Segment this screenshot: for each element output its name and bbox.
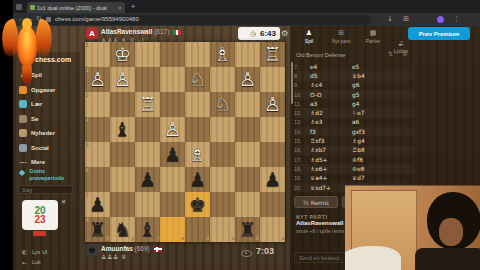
flip-board-icon[interactable]: ⇅ — [388, 50, 393, 57]
rank-label: 2 — [86, 68, 89, 73]
top-player-name[interactable]: AtlasRavenswall (817) — [101, 28, 181, 35]
promo-close-icon[interactable]: ✕ — [61, 198, 66, 205]
square-d6[interactable]: ♟ — [185, 167, 210, 192]
sidebar-item-se[interactable]: Se — [19, 114, 38, 124]
white-rook-a1[interactable]: ♖ — [260, 42, 285, 67]
move-row: 17.♗d5+♔f8 — [294, 155, 414, 164]
square-c5[interactable] — [210, 142, 235, 167]
url-text[interactable]: chess.com/game/95594900480 — [55, 16, 139, 22]
square-h8[interactable]: 8h♜ — [85, 217, 110, 242]
black-move[interactable]: g5 — [350, 92, 392, 98]
black-pawn-a6[interactable]: ♟ — [260, 167, 285, 192]
site-info-icon[interactable] — [46, 17, 51, 22]
file-label: e — [181, 236, 184, 241]
white-move[interactable]: ♗e3 — [308, 119, 350, 125]
move-row: 13.♗e3a6 — [294, 118, 414, 127]
square-a7[interactable] — [260, 192, 285, 217]
spil-icon: ♙ — [19, 71, 27, 79]
move-number: 12. — [294, 110, 308, 116]
top-player-clock: ◷ 6:43 — [238, 27, 280, 40]
black-move[interactable]: g4 — [350, 101, 392, 107]
square-g8[interactable]: g♞ — [110, 217, 135, 242]
bottom-player-rating: (669) — [135, 245, 150, 252]
white-bishop-d5[interactable]: ♗ — [185, 142, 210, 167]
move-row: 18.♗e6+♔e8 — [294, 164, 414, 173]
square-f2[interactable] — [135, 67, 160, 92]
white-knight-c3[interactable]: ♘ — [210, 92, 235, 117]
black-move[interactable]: g6 — [350, 82, 392, 88]
black-move[interactable]: ♕d7 — [350, 175, 392, 181]
move-number: 19. — [294, 175, 308, 181]
move-row: 19.♕a4+♕d7 — [294, 174, 414, 183]
file-label: g — [131, 236, 134, 241]
square-d8[interactable]: d — [185, 217, 210, 242]
chess-board: 1♔♗♖2♙♙♘♙3♖♘♙4♝♙5♟♗6♟♟♟7♟♚8h♜g♞f♝edcb♜a — [85, 42, 285, 242]
square-b5[interactable] — [235, 142, 260, 167]
tab-title: 1v1 dual online (2000) - dual — [37, 5, 116, 11]
square-a1[interactable]: ♖ — [260, 42, 285, 67]
browser-toolbar: ← → ↻ chess.com/game/95594900480 ↓ ⊞ ⋮ — [13, 13, 480, 26]
square-e6[interactable] — [160, 167, 185, 192]
search-input[interactable] — [18, 185, 73, 194]
square-f7[interactable] — [135, 192, 160, 217]
white-rook-f3[interactable]: ♖ — [135, 92, 160, 117]
streamer-face — [439, 218, 463, 246]
streamer-shoulders — [415, 248, 480, 270]
opening-name[interactable]: Old Benoni Defense — [296, 52, 345, 58]
black-move[interactable]: ♔f8 — [350, 157, 392, 163]
sidebar: chess.com ♙SpilOpgaverLærSeNyhederSocial… — [13, 52, 80, 270]
white-move[interactable]: ♕xd7+ — [308, 185, 350, 191]
sidebar-item-free-trial[interactable]: ◆ Gratis prøveperiode — [19, 168, 64, 182]
square-h4[interactable]: 4 — [85, 117, 110, 142]
black-pawn-d6[interactable]: ♟ — [185, 167, 210, 192]
se-icon — [19, 115, 27, 123]
black-move[interactable]: e5 — [350, 64, 392, 70]
white-move[interactable]: O-O — [308, 92, 350, 98]
rank-label: 1 — [86, 43, 89, 48]
square-f8[interactable]: f♝ — [135, 217, 160, 242]
white-knight-d2[interactable]: ♘ — [185, 67, 210, 92]
rank-label: 6 — [86, 168, 89, 173]
square-h3[interactable]: 3 — [85, 92, 110, 117]
square-a8[interactable]: a — [260, 217, 285, 242]
white-move[interactable]: ♕a4+ — [308, 175, 350, 181]
lys ui-icon: ◐ — [21, 248, 28, 255]
square-h7[interactable]: 7♟ — [85, 192, 110, 217]
draw-button[interactable]: ½ Remis — [294, 196, 338, 208]
menu-icon[interactable]: ⋮ — [453, 15, 460, 23]
file-label: h — [106, 236, 109, 241]
back-icon[interactable]: ← — [18, 15, 25, 22]
move-number: 18. — [294, 166, 308, 172]
square-e8[interactable]: e — [160, 217, 185, 242]
rank-label: 8 — [86, 218, 89, 223]
bottom-player-clock: 7:03 — [256, 246, 274, 256]
diamond-icon: ◆ — [19, 168, 25, 182]
square-c3[interactable]: ♘ — [210, 92, 235, 117]
square-e5[interactable]: ♟ — [160, 142, 185, 167]
square-f4[interactable] — [135, 117, 160, 142]
sidebar-item-label: Nyheder — [31, 130, 55, 136]
square-g7[interactable] — [110, 192, 135, 217]
move-number: 10. — [294, 92, 308, 98]
white-move[interactable]: e4 — [308, 64, 350, 70]
rank-label: 3 — [86, 93, 89, 98]
file-label: f — [158, 236, 160, 241]
file-label: b — [256, 236, 259, 241]
bottom-player-avatar[interactable]: ♚ — [86, 244, 98, 256]
move-number: 7. — [294, 64, 308, 70]
square-a4[interactable] — [260, 117, 285, 142]
white-pawn-b2[interactable]: ♙ — [235, 67, 260, 92]
square-b6[interactable] — [235, 167, 260, 192]
square-g4[interactable]: ♝ — [110, 117, 135, 142]
square-b1[interactable] — [235, 42, 260, 67]
black-move[interactable]: a6 — [350, 119, 392, 125]
promo-2023-banner[interactable]: 20 23 — [22, 200, 58, 230]
move-number: 13. — [294, 119, 308, 125]
square-h1[interactable]: 1 — [85, 42, 110, 67]
move-number: 9. — [294, 82, 308, 88]
square-d3[interactable] — [185, 92, 210, 117]
tab-spil[interactable]: ♟Spil — [294, 29, 324, 44]
clock-icon: ◷ — [250, 30, 256, 38]
move-list: 7.e4e58.d5♕b49.♗c4g610.O-Og511.a3g412.♗d… — [294, 62, 414, 192]
square-a2[interactable] — [260, 67, 285, 92]
square-f3[interactable]: ♖ — [135, 92, 160, 117]
top-player-avatar[interactable]: A — [86, 27, 98, 39]
black-move[interactable]: ♔e8 — [350, 166, 392, 172]
square-d7[interactable]: ♚ — [185, 192, 210, 217]
top-player-rating: (817) — [154, 28, 169, 35]
move-number: 15. — [294, 138, 308, 144]
square-c7[interactable] — [210, 192, 235, 217]
black-move[interactable]: ♘e7 — [350, 110, 392, 116]
tab-partier[interactable]: ▦Partier — [358, 29, 388, 44]
bottom-captured-tray: ♙♙♙ ♕ — [101, 253, 127, 260]
move-row: 16.♗xb7♖b8 — [294, 146, 414, 155]
black-pawn-f6[interactable]: ♟ — [135, 167, 160, 192]
rank-label: 7 — [86, 193, 89, 198]
square-d2[interactable]: ♘ — [185, 67, 210, 92]
square-b7[interactable] — [235, 192, 260, 217]
forward-icon[interactable]: → — [27, 15, 34, 22]
square-h2[interactable]: 2♙ — [85, 67, 110, 92]
sidebar-item-label: Opgaver — [31, 87, 55, 93]
move-number: 8. — [294, 73, 308, 79]
lær-icon — [19, 100, 27, 108]
move-number: 20. — [294, 185, 308, 191]
square-c8[interactable]: c — [210, 217, 235, 242]
square-c6[interactable] — [210, 167, 235, 192]
sidebar-item-label: Social — [31, 145, 49, 151]
black-bishop-f8[interactable]: ♝ — [135, 217, 160, 242]
white-pawn-a3[interactable]: ♙ — [260, 92, 285, 117]
square-g5[interactable] — [110, 142, 135, 167]
square-d1[interactable] — [185, 42, 210, 67]
square-e7[interactable] — [160, 192, 185, 217]
browser-window: 1v1 dual online (2000) - dual ✕ + ← → ↻ … — [13, 0, 480, 270]
sidebar-footer-luk[interactable]: ⇤Luk — [21, 259, 41, 266]
white-move[interactable]: ♖xf3 — [308, 138, 350, 144]
panel-settings-icon[interactable]: ⚙ — [402, 50, 407, 57]
sidebar-item-label: Mere — [31, 159, 45, 165]
trial-line2: prøveperiode — [29, 175, 64, 181]
tab-favicon — [30, 5, 35, 10]
square-d5[interactable]: ♗ — [185, 142, 210, 167]
browser-tab[interactable]: 1v1 dual online (2000) - dual ✕ — [27, 2, 125, 13]
luk-icon: ⇤ — [21, 259, 28, 266]
square-f6[interactable]: ♟ — [135, 167, 160, 192]
nyheder-icon — [19, 129, 27, 137]
sidebar-item-social[interactable]: Social — [19, 143, 49, 153]
move-number: 14. — [294, 129, 308, 135]
black-pawn-e5[interactable]: ♟ — [160, 142, 185, 167]
square-f5[interactable] — [135, 142, 160, 167]
sidebar-item-nyheder[interactable]: Nyheder — [19, 128, 55, 138]
move-row: 11.a3g4 — [294, 99, 414, 108]
webcam-pillow — [345, 246, 401, 270]
move-row: 15.♖xf3♗g4 — [294, 136, 414, 145]
square-h5[interactable]: 5 — [85, 142, 110, 167]
white-move[interactable]: ♗c4 — [308, 82, 350, 88]
file-label: d — [206, 236, 209, 241]
window-icon[interactable] — [16, 4, 22, 10]
spectator-eye-icon — [241, 250, 252, 257]
square-g3[interactable] — [110, 92, 135, 117]
move-number: 17. — [294, 157, 308, 163]
moves-scrollbar[interactable] — [291, 62, 293, 104]
square-h6[interactable]: 6 — [85, 167, 110, 192]
black-king-d7[interactable]: ♚ — [185, 192, 210, 217]
square-b2[interactable]: ♙ — [235, 67, 260, 92]
square-b3[interactable] — [235, 92, 260, 117]
primary-action-button[interactable]: Prøv Premium — [408, 27, 470, 40]
white-pawn-g2[interactable]: ♙ — [110, 67, 135, 92]
white-move[interactable]: ♗d2 — [308, 110, 350, 116]
square-g6[interactable] — [110, 167, 135, 192]
move-row: 10.O-Og5 — [294, 90, 414, 99]
move-number: 11. — [294, 101, 308, 107]
square-a5[interactable] — [260, 142, 285, 167]
trial-line1: Gratis — [29, 168, 45, 174]
speaker-muted-icon: ♪ — [386, 40, 416, 48]
sidebar-footer-lys-ui[interactable]: ◐Lys UI — [21, 248, 47, 255]
black-move[interactable]: ♖b8 — [350, 147, 392, 153]
white-move[interactable]: d5 — [308, 73, 350, 79]
move-row: 14.f3gxf3 — [294, 127, 414, 136]
denmark-flag-icon — [154, 247, 162, 252]
webcam-overlay — [345, 185, 480, 270]
square-c4[interactable] — [210, 117, 235, 142]
new-tab-button[interactable]: + — [131, 3, 135, 10]
file-label: a — [281, 236, 284, 241]
white-move[interactable]: ♗e6+ — [308, 166, 350, 172]
extensions-icon[interactable]: ⊞ — [403, 15, 409, 23]
move-row: 12.♗d2♘e7 — [294, 108, 414, 117]
black-move[interactable]: ♕b4 — [350, 73, 392, 79]
opgaver-icon — [19, 86, 27, 94]
square-f1[interactable] — [135, 42, 160, 67]
square-e1[interactable] — [160, 42, 185, 67]
sidebar-item-label: Se — [31, 116, 38, 122]
profile-avatar-icon[interactable] — [437, 16, 444, 23]
italy-flag-icon — [173, 30, 181, 35]
promo-ribbon — [33, 231, 46, 236]
rank-label: 4 — [86, 118, 89, 123]
sidebar-item-spil[interactable]: ♙Spil — [19, 70, 42, 80]
board-settings-gear-icon[interactable]: ⚙ — [281, 29, 288, 38]
square-b8[interactable]: b♜ — [235, 217, 260, 242]
square-c1[interactable]: ♗ — [210, 42, 235, 67]
bottom-player-name[interactable]: Amuunfas (669) — [101, 245, 162, 252]
square-a6[interactable]: ♟ — [260, 167, 285, 192]
square-e4[interactable]: ♙ — [160, 117, 185, 142]
white-move[interactable]: ♗d5+ — [308, 157, 350, 163]
square-g2[interactable]: ♙ — [110, 67, 135, 92]
square-d4[interactable] — [185, 117, 210, 142]
square-a3[interactable]: ♙ — [260, 92, 285, 117]
move-row: 9.♗c4g6 — [294, 81, 414, 90]
sidebar-item-opgaver[interactable]: Opgaver — [19, 85, 55, 95]
tab-nyt-parti[interactable]: ⊞Nyt parti — [326, 29, 356, 44]
sidebar-item-label: Spil — [31, 72, 42, 78]
sidebar-item-mere[interactable]: •••Mere — [19, 157, 45, 167]
sidebar-item-label: Lær — [31, 101, 42, 107]
white-bishop-c1[interactable]: ♗ — [210, 42, 235, 67]
white-king-g1[interactable]: ♔ — [110, 42, 135, 67]
black-move[interactable]: gxf3 — [350, 129, 392, 135]
square-b4[interactable] — [235, 117, 260, 142]
sidebar-item-lær[interactable]: Lær — [19, 99, 42, 109]
square-g1[interactable]: ♔ — [110, 42, 135, 67]
white-pawn-e4[interactable]: ♙ — [160, 117, 185, 142]
square-c2[interactable] — [210, 67, 235, 92]
white-move[interactable]: f3 — [308, 129, 350, 135]
move-row: 7.e4e5 — [294, 62, 414, 71]
chesscom-logo[interactable]: chess.com — [35, 56, 71, 63]
black-bishop-g4[interactable]: ♝ — [110, 117, 135, 142]
file-label: c — [231, 236, 234, 241]
mere-icon: ••• — [19, 158, 27, 166]
move-row: 8.d5♕b4 — [294, 71, 414, 80]
square-e3[interactable] — [160, 92, 185, 117]
promo-year-bottom: 23 — [34, 215, 45, 224]
white-move[interactable]: a3 — [308, 101, 350, 107]
social-icon — [19, 144, 27, 152]
rank-label: 5 — [86, 143, 89, 148]
tab-close-icon[interactable]: ✕ — [118, 5, 122, 11]
square-e2[interactable] — [160, 67, 185, 92]
browser-tab-bar: 1v1 dual online (2000) - dual ✕ + — [13, 0, 480, 13]
move-number: 16. — [294, 147, 308, 153]
download-icon[interactable]: ↓ — [387, 15, 393, 23]
white-move[interactable]: ♗xb7 — [308, 147, 350, 153]
black-move[interactable]: ♗g4 — [350, 138, 392, 144]
